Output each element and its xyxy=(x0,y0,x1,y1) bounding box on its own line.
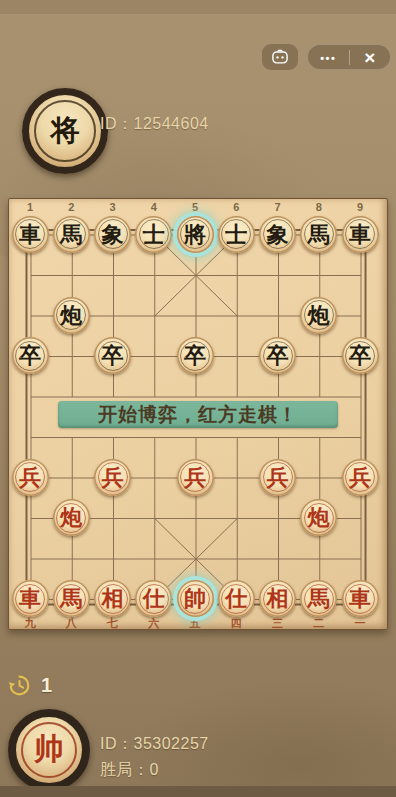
piece-glyph: 仕 xyxy=(143,587,165,610)
piece-glyph: 炮 xyxy=(308,506,330,529)
opponent-avatar-piece-glyph: 将 xyxy=(51,111,80,151)
piece-glyph: 卒 xyxy=(19,344,41,367)
piece-red-r9c8[interactable]: 車 xyxy=(342,580,379,617)
piece-red-r7c1[interactable]: 炮 xyxy=(53,499,90,536)
piece-glyph: 將 xyxy=(184,223,206,246)
piece-glyph: 馬 xyxy=(60,223,82,246)
piece-red-r9c4[interactable]: 帥 xyxy=(177,580,214,617)
piece-red-r6c2[interactable]: 兵 xyxy=(94,459,131,496)
piece-black-r3c4[interactable]: 卒 xyxy=(177,337,214,374)
piece-red-r6c4[interactable]: 兵 xyxy=(177,459,214,496)
turn-banner: 开始博弈，红方走棋！ xyxy=(58,401,338,428)
file-label-top: 3 xyxy=(92,201,133,213)
piece-glyph: 炮 xyxy=(308,304,330,327)
player-avatar-ring: 帅 xyxy=(21,722,78,779)
piece-black-r0c5[interactable]: 士 xyxy=(218,216,255,253)
piece-glyph: 卒 xyxy=(102,344,124,367)
piece-red-r9c5[interactable]: 仕 xyxy=(218,580,255,617)
piece-glyph: 炮 xyxy=(60,506,82,529)
piece-glyph: 兵 xyxy=(349,466,371,489)
piece-red-r6c0[interactable]: 兵 xyxy=(12,459,49,496)
piece-glyph: 車 xyxy=(19,587,41,610)
piece-red-r7c7[interactable]: 炮 xyxy=(300,499,337,536)
piece-black-r0c3[interactable]: 士 xyxy=(135,216,172,253)
piece-glyph: 士 xyxy=(143,223,165,246)
piece-black-r0c1[interactable]: 馬 xyxy=(53,216,90,253)
piece-red-r9c2[interactable]: 相 xyxy=(94,580,131,617)
piece-black-r2c1[interactable]: 炮 xyxy=(53,297,90,334)
piece-black-r3c2[interactable]: 卒 xyxy=(94,337,131,374)
undo-counter: 1 xyxy=(7,673,52,698)
gamepad-button[interactable] xyxy=(262,44,298,70)
piece-glyph: 兵 xyxy=(184,466,206,489)
piece-glyph: 車 xyxy=(19,223,41,246)
file-label-top: 5 xyxy=(174,201,215,213)
piece-black-r0c4[interactable]: 將 xyxy=(177,216,214,253)
piece-glyph: 仕 xyxy=(225,587,247,610)
piece-glyph: 馬 xyxy=(308,223,330,246)
piece-glyph: 兵 xyxy=(267,466,289,489)
piece-red-r6c8[interactable]: 兵 xyxy=(342,459,379,496)
piece-red-r9c0[interactable]: 車 xyxy=(12,580,49,617)
piece-black-r3c6[interactable]: 卒 xyxy=(259,337,296,374)
piece-black-r0c2[interactable]: 象 xyxy=(94,216,131,253)
opponent-id: ID：12544604 xyxy=(100,114,209,135)
file-label-top: 8 xyxy=(298,201,339,213)
piece-black-r3c8[interactable]: 卒 xyxy=(342,337,379,374)
opponent-avatar[interactable]: 将 xyxy=(22,88,108,174)
player-avatar[interactable]: 帅 xyxy=(8,709,90,791)
piece-glyph: 卒 xyxy=(184,344,206,367)
piece-red-r9c7[interactable]: 馬 xyxy=(300,580,337,617)
player-wins: 胜局：0 xyxy=(100,760,159,781)
bottom-strip xyxy=(0,786,396,797)
piece-glyph: 卒 xyxy=(349,344,371,367)
piece-glyph: 相 xyxy=(102,587,124,610)
player-id: ID：35302257 xyxy=(100,734,209,755)
file-label-top: 2 xyxy=(51,201,92,213)
file-labels-top: 123456789 xyxy=(9,201,380,213)
piece-black-r0c0[interactable]: 車 xyxy=(12,216,49,253)
piece-glyph: 卒 xyxy=(267,344,289,367)
opponent-avatar-ring: 将 xyxy=(34,100,96,162)
piece-glyph: 帥 xyxy=(184,587,206,610)
piece-glyph: 象 xyxy=(267,223,289,246)
piece-red-r9c6[interactable]: 相 xyxy=(259,580,296,617)
piece-red-r6c6[interactable]: 兵 xyxy=(259,459,296,496)
more-options-button[interactable]: ••• xyxy=(308,51,349,64)
piece-glyph: 炮 xyxy=(60,304,82,327)
piece-glyph: 馬 xyxy=(308,587,330,610)
piece-black-r2c7[interactable]: 炮 xyxy=(300,297,337,334)
piece-glyph: 兵 xyxy=(102,466,124,489)
gamepad-icon xyxy=(270,48,290,66)
piece-black-r0c8[interactable]: 車 xyxy=(342,216,379,253)
piece-glyph: 士 xyxy=(225,223,247,246)
undo-count-value: 1 xyxy=(41,674,52,697)
top-shade xyxy=(0,0,396,14)
piece-glyph: 馬 xyxy=(60,587,82,610)
piece-glyph: 車 xyxy=(349,223,371,246)
history-clock-icon xyxy=(7,673,32,698)
piece-glyph: 兵 xyxy=(19,466,41,489)
piece-glyph: 相 xyxy=(267,587,289,610)
piece-glyph: 車 xyxy=(349,587,371,610)
piece-black-r0c7[interactable]: 馬 xyxy=(300,216,337,253)
file-label-top: 7 xyxy=(257,201,298,213)
piece-red-r9c1[interactable]: 馬 xyxy=(53,580,90,617)
piece-glyph: 象 xyxy=(102,223,124,246)
piece-black-r3c0[interactable]: 卒 xyxy=(12,337,49,374)
piece-red-r9c3[interactable]: 仕 xyxy=(135,580,172,617)
player-avatar-piece-glyph: 帅 xyxy=(34,729,64,770)
close-button[interactable]: × xyxy=(350,48,391,67)
piece-black-r0c6[interactable]: 象 xyxy=(259,216,296,253)
file-label-top: 6 xyxy=(216,201,257,213)
file-label-top: 1 xyxy=(9,201,50,213)
window-capsule: ••• × xyxy=(307,44,391,70)
file-label-top: 4 xyxy=(133,201,174,213)
file-label-top: 9 xyxy=(339,201,380,213)
